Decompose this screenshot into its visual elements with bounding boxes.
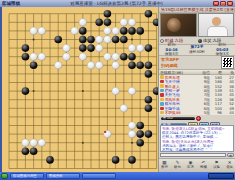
- black-stone[interactable]: [22, 53, 30, 61]
- white-player-photo: [160, 13, 197, 37]
- black-stone[interactable]: [136, 122, 144, 130]
- system-tray: [208, 173, 234, 179]
- black-stone[interactable]: [120, 53, 128, 61]
- close-button[interactable]: ×: [227, 1, 233, 6]
- white-stone[interactable]: [38, 53, 46, 61]
- black-stone[interactable]: [46, 156, 54, 164]
- black-stone[interactable]: [128, 53, 136, 61]
- taskbar-button[interactable]: 弈城围棋对局室: [10, 173, 44, 179]
- rank-badge-icon: [160, 93, 164, 97]
- toolbar-button-申请[interactable]: ◉申请: [187, 161, 194, 170]
- black-stone[interactable]: [87, 36, 95, 44]
- toolbar-label: 悔棋: [200, 166, 207, 170]
- white-stone[interactable]: [38, 27, 46, 35]
- toolbar-label: 研究: [174, 166, 181, 170]
- white-stone[interactable]: [22, 139, 30, 147]
- white-stone[interactable]: [120, 105, 128, 113]
- white-stone[interactable]: [112, 62, 120, 70]
- qr-banner: 官方APP 扫码观战: [159, 56, 235, 69]
- black-stone[interactable]: [79, 36, 87, 44]
- black-stone[interactable]: [145, 70, 153, 78]
- black-stone[interactable]: [30, 148, 38, 156]
- white-stone[interactable]: [38, 139, 46, 147]
- black-stone[interactable]: [104, 19, 112, 27]
- black-stone[interactable]: [120, 27, 128, 35]
- minimize-button[interactable]: ─: [213, 1, 219, 6]
- star-point: [131, 39, 133, 41]
- toolbar-button-研究[interactable]: ✎研究: [174, 161, 181, 170]
- black-stone[interactable]: [30, 62, 38, 70]
- clock-area: 时间 04:16 保留3次 第72手 读秒30秒 时间 05:03 保留3次: [159, 44, 235, 56]
- white-stone[interactable]: [87, 62, 95, 70]
- white-stone[interactable]: [30, 53, 38, 61]
- white-stone[interactable]: [104, 27, 112, 35]
- rank-badge-icon: [160, 89, 164, 93]
- white-stone[interactable]: [79, 53, 87, 61]
- white-stone[interactable]: [54, 62, 62, 70]
- toolbar-label: 退出: [226, 166, 233, 170]
- white-stone[interactable]: [95, 44, 103, 52]
- window-title: 对局直播室 · LG杯决赛第2局 (第72手 直播中): [20, 1, 213, 6]
- white-stone[interactable]: [120, 19, 128, 27]
- qr-code: [222, 57, 233, 68]
- move-counter: 第72手 读秒30秒: [184, 45, 209, 55]
- black-stone[interactable]: [128, 156, 136, 164]
- rank-badge-icon: [160, 75, 164, 79]
- black-stone[interactable]: [145, 10, 153, 18]
- white-stone[interactable]: [63, 44, 71, 52]
- black-stone[interactable]: [22, 87, 30, 95]
- black-stone[interactable]: [22, 44, 30, 52]
- black-stone[interactable]: [136, 130, 144, 138]
- white-stone[interactable]: [128, 44, 136, 52]
- black-stone[interactable]: [54, 36, 62, 44]
- viewer-list[interactable]: 弈海无涯9段18027飞天小猪9段16640黑白道人8段15238烂柯一梦8段1…: [159, 75, 235, 115]
- black-stone[interactable]: [22, 148, 30, 156]
- black-stone[interactable]: [136, 62, 144, 70]
- header-name: 在线棋友(86): [159, 70, 199, 75]
- white-stone[interactable]: [79, 19, 87, 27]
- byoyomi-label: 读秒30秒: [184, 50, 209, 55]
- white-stone[interactable]: [71, 27, 79, 35]
- rank-badge-icon: [160, 111, 164, 115]
- toolbar-label: 认输: [213, 166, 220, 170]
- toolbar-button-认输[interactable]: ⚑认输: [213, 161, 220, 170]
- white-stone[interactable]: [128, 87, 136, 95]
- chat-input[interactable]: [160, 153, 226, 158]
- black-stone[interactable]: [79, 27, 87, 35]
- black-stone[interactable]: [145, 62, 153, 70]
- bottom-toolbar: ▦形势✎研究◉申请↶悔棋⚑认输✕退出: [159, 158, 235, 172]
- vote-button[interactable]: [196, 116, 201, 121]
- black-stone[interactable]: [104, 10, 112, 18]
- toolbar-button-悔棋[interactable]: ↶悔棋: [200, 161, 207, 170]
- black-stone[interactable]: [128, 62, 136, 70]
- black-stone[interactable]: [136, 139, 144, 147]
- black-stone[interactable]: [145, 96, 153, 104]
- toolbar-button-退出[interactable]: ✕退出: [226, 161, 233, 170]
- black-stone[interactable]: [145, 44, 153, 52]
- qr-text: 官方APP 扫码观战: [161, 57, 220, 67]
- start-button[interactable]: [1, 173, 8, 179]
- white-stone[interactable]: [63, 53, 71, 61]
- vote-area: 黑 152 白 98 拍手加油转播: [159, 115, 235, 125]
- black-stone[interactable]: [128, 27, 136, 35]
- white-stone-icon: [160, 39, 164, 43]
- star-point: [33, 90, 35, 92]
- rank-badge-icon: [160, 80, 164, 84]
- black-stone[interactable]: [79, 44, 87, 52]
- white-stone[interactable]: [104, 36, 112, 44]
- rank-badge-icon: [160, 102, 164, 106]
- toolbar-label: 形势: [161, 166, 168, 170]
- white-clock: 时间 04:16 保留3次: [159, 45, 184, 55]
- app-window: 弈城围棋 对局直播室 · LG杯决赛第2局 (第72手 直播中) ─ □ × 第…: [0, 0, 235, 180]
- white-stone[interactable]: [30, 139, 38, 147]
- white-stone[interactable]: [95, 62, 103, 70]
- black-stone[interactable]: [95, 19, 103, 27]
- white-stone[interactable]: [95, 36, 103, 44]
- white-stone[interactable]: [104, 53, 112, 61]
- white-stone[interactable]: [128, 122, 136, 130]
- rank-badge-icon: [160, 107, 164, 111]
- white-stone[interactable]: [128, 19, 136, 27]
- black-player-photo: [198, 13, 235, 37]
- header-wins: 胜: [211, 70, 223, 75]
- white-stone[interactable]: [112, 87, 120, 95]
- black-clock: 时间 05:03 保留3次: [210, 45, 235, 55]
- star-point: [82, 142, 84, 144]
- black-stone[interactable]: [136, 27, 144, 35]
- black-stone[interactable]: [87, 44, 95, 52]
- black-stone[interactable]: [112, 156, 120, 164]
- app-title: 弈城围棋: [2, 1, 20, 6]
- black-stone[interactable]: [112, 36, 120, 44]
- header-rank: 段位: [199, 70, 211, 75]
- black-stone[interactable]: [145, 105, 153, 113]
- white-stone[interactable]: [112, 53, 120, 61]
- white-stone[interactable]: [30, 27, 38, 35]
- black-stone-icon: [198, 39, 202, 43]
- taskbar-button[interactable]: 围棋资料: [46, 173, 80, 179]
- white-stone[interactable]: [128, 130, 136, 138]
- taskbar-button[interactable]: [82, 173, 116, 179]
- side-panel: 第19届LG杯世界棋王战 决赛第2局 [直播] 时越 九段 连笑 九段 时间 0…: [158, 7, 235, 172]
- black-stone[interactable]: [120, 36, 128, 44]
- title-bar: 弈城围棋 对局直播室 · LG杯决赛第2局 (第72手 直播中) ─ □ ×: [0, 0, 235, 7]
- rank-badge-icon: [160, 98, 164, 102]
- star-point: [33, 39, 35, 41]
- maximize-button[interactable]: □: [220, 1, 226, 6]
- rank-badge-icon: [160, 84, 164, 88]
- black-vote-bar: 黑 152: [161, 117, 195, 121]
- white-stone[interactable]: [136, 44, 144, 52]
- chat-log[interactable]: 系统: 欢迎进入LG杯直播间, 文明观棋~弈友2044: 白72挖是好手 (22…: [160, 125, 234, 152]
- board-svg: [2, 7, 158, 172]
- toolbar-label: 申请: [187, 166, 194, 170]
- last-move-marker: [104, 131, 106, 133]
- toolbar-button-形势[interactable]: ▦形势: [161, 161, 168, 170]
- os-taskbar: 弈城围棋对局室围棋资料: [0, 172, 235, 180]
- header-losses: 负: [223, 70, 235, 75]
- player-photos: [159, 13, 235, 37]
- white-stone[interactable]: [112, 27, 120, 35]
- go-board[interactable]: [2, 7, 158, 172]
- star-point: [82, 90, 84, 92]
- black-stone[interactable]: [145, 130, 153, 138]
- send-button[interactable]: 发送: [227, 153, 234, 158]
- star-point: [131, 142, 133, 144]
